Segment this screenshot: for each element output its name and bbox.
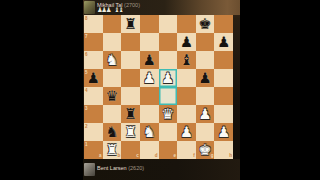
square-h6[interactable] <box>214 51 233 69</box>
square-c8[interactable]: ♜ <box>121 15 140 33</box>
square-b1[interactable]: b♜ <box>103 141 122 159</box>
square-h8[interactable] <box>214 15 233 33</box>
piece-white-pawn[interactable]: ♟ <box>214 123 233 141</box>
square-a1[interactable]: 1a <box>84 141 103 159</box>
piece-black-rook[interactable]: ♜ <box>121 15 140 33</box>
square-c4[interactable] <box>121 87 140 105</box>
square-e1[interactable]: e <box>159 141 178 159</box>
rank-label: 7 <box>85 34 88 39</box>
square-a3[interactable]: 3 <box>84 105 103 123</box>
square-b5[interactable] <box>103 69 122 87</box>
rank-label: 8 <box>85 16 88 21</box>
piece-black-pawn[interactable]: ♟ <box>196 69 215 87</box>
file-label: h <box>229 153 232 158</box>
square-g3[interactable]: ♟ <box>196 105 215 123</box>
square-b8[interactable] <box>103 15 122 33</box>
file-label: g <box>211 153 214 158</box>
square-e6[interactable] <box>159 51 178 69</box>
square-d8[interactable] <box>140 15 159 33</box>
square-e8[interactable] <box>159 15 178 33</box>
square-e5[interactable]: ♟ <box>159 69 178 87</box>
square-g4[interactable] <box>196 87 215 105</box>
piece-white-pawn[interactable]: ♟ <box>159 69 178 87</box>
piece-black-queen[interactable]: ♛ <box>103 87 122 105</box>
piece-black-knight[interactable]: ♞ <box>103 123 122 141</box>
file-label: b <box>118 153 121 158</box>
file-label: c <box>136 153 139 158</box>
square-h1[interactable]: h <box>214 141 233 159</box>
square-b6[interactable]: ♞ <box>103 51 122 69</box>
square-c2[interactable]: ♜ <box>121 123 140 141</box>
square-e4[interactable] <box>159 87 178 105</box>
piece-white-rook[interactable]: ♜ <box>121 123 140 141</box>
square-f2[interactable]: ♟ <box>177 123 196 141</box>
square-c6[interactable] <box>121 51 140 69</box>
square-a2[interactable]: 2 <box>84 123 103 141</box>
piece-white-pawn[interactable]: ♟ <box>196 105 215 123</box>
square-h7[interactable]: ♟ <box>214 33 233 51</box>
file-label: a <box>99 153 102 158</box>
square-e3[interactable]: ♛ <box>159 105 178 123</box>
square-b7[interactable] <box>103 33 122 51</box>
square-a7[interactable]: 7 <box>84 33 103 51</box>
square-g5[interactable]: ♟ <box>196 69 215 87</box>
rank-label: 1 <box>85 142 88 147</box>
square-c1[interactable]: c <box>121 141 140 159</box>
square-d2[interactable]: ♞ <box>140 123 159 141</box>
square-f8[interactable] <box>177 15 196 33</box>
captured-pieces-tray: ♟♟♟♝♝ <box>97 7 123 14</box>
piece-black-king[interactable]: ♚ <box>196 15 215 33</box>
player-name-text: Bent Larsen <box>97 165 127 171</box>
piece-black-pawn[interactable]: ♟ <box>177 33 196 51</box>
file-label: e <box>174 153 177 158</box>
square-h4[interactable] <box>214 87 233 105</box>
top-player-bar: Mikhail Tal (2700) ♟♟♟♝♝ <box>83 0 240 15</box>
square-c7[interactable] <box>121 33 140 51</box>
square-e2[interactable] <box>159 123 178 141</box>
piece-white-knight[interactable]: ♞ <box>103 51 122 69</box>
rank-label: 5 <box>85 70 88 75</box>
rank-label: 4 <box>85 88 88 93</box>
square-c3[interactable]: ♜ <box>121 105 140 123</box>
piece-black-rook[interactable]: ♜ <box>121 105 140 123</box>
square-a5[interactable]: 5♟ <box>84 69 103 87</box>
piece-white-pawn[interactable]: ♟ <box>140 69 159 87</box>
piece-white-rook[interactable]: ♜ <box>103 141 122 159</box>
piece-white-queen[interactable]: ♛ <box>159 105 178 123</box>
square-d6[interactable]: ♟ <box>140 51 159 69</box>
player-rating: (2700) <box>124 2 140 8</box>
square-d7[interactable] <box>140 33 159 51</box>
video-frame: Mikhail Tal (2700) ♟♟♟♝♝ 8♜♚7♟♟6♞♟♝5♟♟♟♟… <box>0 0 320 180</box>
square-a8[interactable]: 8 <box>84 15 103 33</box>
square-g2[interactable] <box>196 123 215 141</box>
piece-black-bishop[interactable]: ♝ <box>177 51 196 69</box>
bottom-player-bar: Bent Larsen (2620) <box>83 159 240 180</box>
square-f5[interactable] <box>177 69 196 87</box>
file-label: f <box>193 153 195 158</box>
square-d5[interactable]: ♟ <box>140 69 159 87</box>
square-d1[interactable]: d <box>140 141 159 159</box>
square-b2[interactable]: ♞ <box>103 123 122 141</box>
piece-black-pawn[interactable]: ♟ <box>214 33 233 51</box>
piece-black-pawn[interactable]: ♟ <box>140 51 159 69</box>
square-a6[interactable]: 6 <box>84 51 103 69</box>
square-b4[interactable]: ♛ <box>103 87 122 105</box>
rank-label: 2 <box>85 124 88 129</box>
square-a4[interactable]: 4 <box>84 87 103 105</box>
square-h5[interactable] <box>214 69 233 87</box>
square-h2[interactable]: ♟ <box>214 123 233 141</box>
piece-black-pawn[interactable]: ♟ <box>84 69 103 87</box>
chess-app: Mikhail Tal (2700) ♟♟♟♝♝ 8♜♚7♟♟6♞♟♝5♟♟♟♟… <box>83 0 240 180</box>
square-g1[interactable]: g♚ <box>196 141 215 159</box>
top-player-avatar[interactable] <box>84 1 95 14</box>
square-f4[interactable] <box>177 87 196 105</box>
square-f1[interactable]: f <box>177 141 196 159</box>
square-c5[interactable] <box>121 69 140 87</box>
captured-piece-b: ♝ <box>118 6 122 14</box>
square-g8[interactable]: ♚ <box>196 15 215 33</box>
square-d3[interactable] <box>140 105 159 123</box>
file-label: d <box>155 153 158 158</box>
rank-label: 3 <box>85 106 88 111</box>
square-f3[interactable] <box>177 105 196 123</box>
bottom-player-name[interactable]: Bent Larsen (2620) <box>97 165 144 171</box>
rank-label: 6 <box>85 52 88 57</box>
square-b3[interactable] <box>103 105 122 123</box>
bottom-player-avatar[interactable] <box>84 163 95 176</box>
piece-white-king[interactable]: ♚ <box>196 141 215 159</box>
square-f7[interactable]: ♟ <box>177 33 196 51</box>
player-rating: (2620) <box>128 165 144 171</box>
square-d4[interactable] <box>140 87 159 105</box>
square-f6[interactable]: ♝ <box>177 51 196 69</box>
chess-board[interactable]: 8♜♚7♟♟6♞♟♝5♟♟♟♟4♛3♜♛♟2♞♜♞♟♟1ab♜cdefg♚h <box>84 15 233 159</box>
captured-piece-p: ♟ <box>106 6 110 14</box>
square-h3[interactable] <box>214 105 233 123</box>
square-g6[interactable] <box>196 51 215 69</box>
piece-white-pawn[interactable]: ♟ <box>177 123 196 141</box>
square-e7[interactable] <box>159 33 178 51</box>
square-g7[interactable] <box>196 33 215 51</box>
piece-white-knight[interactable]: ♞ <box>140 123 159 141</box>
